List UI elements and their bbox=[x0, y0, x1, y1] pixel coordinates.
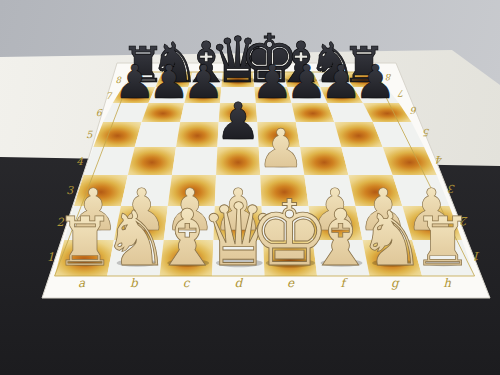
piece-black-pawn-h7: ♟ bbox=[355, 55, 397, 109]
rank-label-right-5: 5 bbox=[423, 127, 430, 138]
rank-label-right-6: 6 bbox=[410, 105, 417, 116]
scene: abcdefgh1122334455667788♜♞♝♛♚♝♞♜♟♟♟♟♟♟♟♟… bbox=[0, 0, 500, 375]
piece-white-rook-h1: ♜ bbox=[412, 202, 473, 281]
piece-white-pawn-e4: ♟ bbox=[257, 118, 305, 180]
square-c4 bbox=[172, 147, 217, 175]
rank-label-left-6: 6 bbox=[96, 107, 103, 118]
rank-label-left-4: 4 bbox=[76, 155, 83, 167]
square-f4 bbox=[300, 147, 348, 175]
rank-label-left-1: 1 bbox=[47, 250, 55, 264]
rank-label-left-5: 5 bbox=[86, 129, 93, 140]
square-b5 bbox=[135, 122, 180, 147]
chessboard-mat: abcdefgh1122334455667788♜♞♝♛♚♝♞♜♟♟♟♟♟♟♟♟… bbox=[0, 0, 500, 375]
rank-label-right-4: 4 bbox=[436, 154, 443, 166]
square-b4 bbox=[128, 147, 176, 175]
square-c5 bbox=[176, 122, 219, 147]
piece-black-pawn-d5: ♟ bbox=[215, 92, 261, 151]
rank-label-right-1: 1 bbox=[474, 249, 482, 263]
